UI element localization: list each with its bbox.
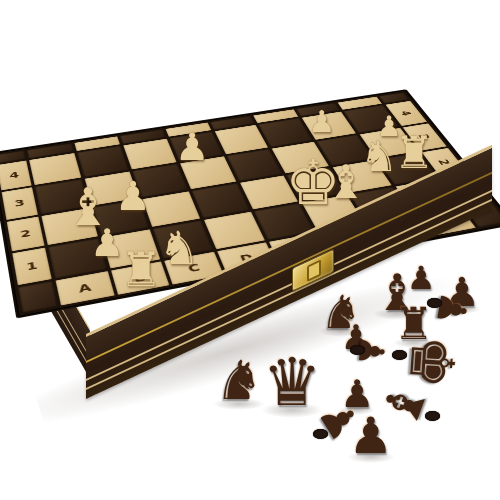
maple-pawn: ♟ <box>309 107 336 137</box>
maple-rook: ♜ <box>394 130 434 175</box>
product-photo-scene: 44332211ABCDEFGH ♝♟♟♟♜♞♟♚♝♞♟♜♞♛♟♟♟♚♝♟♞♟♝… <box>0 0 500 500</box>
rank-label-2: 2 <box>7 216 45 251</box>
walnut-pawn: ♟ <box>349 411 394 461</box>
felt-base <box>350 345 365 355</box>
rank-label-4: 4 <box>0 160 32 190</box>
felt-base <box>313 429 328 439</box>
maple-rook: ♜ <box>119 245 162 293</box>
walnut-knight: ♞ <box>215 354 263 408</box>
maple-pawn: ♟ <box>115 176 151 216</box>
felt-base <box>392 350 407 360</box>
walnut-queen: ♛ <box>262 350 321 416</box>
rank-label-3: 3 <box>2 187 38 219</box>
rank-label-1: 1 <box>12 247 51 285</box>
maple-pawn: ♟ <box>175 128 209 166</box>
board-corner <box>18 281 57 312</box>
felt-base <box>425 411 440 421</box>
walnut-pawn-lying: ♟ <box>430 289 473 329</box>
maple-king: ♚ <box>285 152 341 214</box>
maple-knight: ♞ <box>158 225 199 271</box>
